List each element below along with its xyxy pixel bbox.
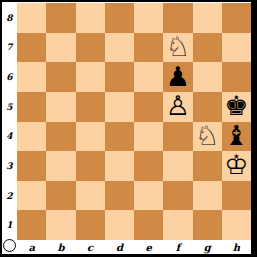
file-labels: abcdefgh	[17, 240, 251, 254]
square-a6[interactable]	[17, 62, 46, 92]
square-f8[interactable]	[163, 3, 192, 33]
square-d4[interactable]	[105, 122, 134, 152]
file-label-c: c	[76, 240, 105, 254]
square-h1[interactable]	[222, 210, 251, 240]
file-label-d: d	[105, 240, 134, 254]
rank-label-3: 3	[2, 151, 17, 181]
square-h3[interactable]: ♔	[222, 151, 251, 181]
square-g4[interactable]: ♘	[193, 122, 222, 152]
square-d2[interactable]	[105, 181, 134, 211]
square-c8[interactable]	[76, 3, 105, 33]
side-to-move-indicator	[3, 239, 16, 252]
square-b3[interactable]	[46, 151, 75, 181]
white-pawn[interactable]: ♙	[166, 92, 190, 119]
square-b5[interactable]	[46, 92, 75, 122]
square-b4[interactable]	[46, 122, 75, 152]
diagram-frame: 87654321 ♘♟♙♚♘♝♔ abcdefgh	[0, 0, 257, 257]
square-c5[interactable]	[76, 92, 105, 122]
square-e8[interactable]	[134, 3, 163, 33]
square-b6[interactable]	[46, 62, 75, 92]
square-f6[interactable]: ♟	[163, 62, 192, 92]
square-g8[interactable]	[193, 3, 222, 33]
square-e4[interactable]	[134, 122, 163, 152]
square-a8[interactable]	[17, 3, 46, 33]
white-knight[interactable]: ♘	[166, 33, 190, 60]
file-label-g: g	[193, 240, 222, 254]
square-h6[interactable]	[222, 62, 251, 92]
square-a4[interactable]	[17, 122, 46, 152]
square-e5[interactable]	[134, 92, 163, 122]
square-g1[interactable]	[193, 210, 222, 240]
white-king[interactable]: ♔	[224, 151, 248, 178]
black-bishop[interactable]: ♝	[224, 122, 248, 149]
square-c7[interactable]	[76, 33, 105, 63]
square-b1[interactable]	[46, 210, 75, 240]
square-c1[interactable]	[76, 210, 105, 240]
square-h2[interactable]	[222, 181, 251, 211]
rank-labels: 87654321	[2, 3, 17, 240]
square-d3[interactable]	[105, 151, 134, 181]
square-c6[interactable]	[76, 62, 105, 92]
rank-label-8: 8	[2, 3, 17, 33]
square-e6[interactable]	[134, 62, 163, 92]
square-g3[interactable]	[193, 151, 222, 181]
square-d7[interactable]	[105, 33, 134, 63]
black-king[interactable]: ♚	[224, 92, 248, 119]
square-a7[interactable]	[17, 33, 46, 63]
square-b7[interactable]	[46, 33, 75, 63]
square-g6[interactable]	[193, 62, 222, 92]
white-knight[interactable]: ♘	[195, 122, 219, 149]
square-c2[interactable]	[76, 181, 105, 211]
square-f4[interactable]	[163, 122, 192, 152]
file-label-e: e	[134, 240, 163, 254]
square-d8[interactable]	[105, 3, 134, 33]
square-c3[interactable]	[76, 151, 105, 181]
square-b2[interactable]	[46, 181, 75, 211]
square-a2[interactable]	[17, 181, 46, 211]
square-f1[interactable]	[163, 210, 192, 240]
rank-label-6: 6	[2, 62, 17, 92]
square-h8[interactable]	[222, 3, 251, 33]
square-g7[interactable]	[193, 33, 222, 63]
square-g2[interactable]	[193, 181, 222, 211]
black-pawn[interactable]: ♟	[166, 63, 190, 90]
square-a1[interactable]	[17, 210, 46, 240]
square-e7[interactable]	[134, 33, 163, 63]
square-f3[interactable]	[163, 151, 192, 181]
square-e2[interactable]	[134, 181, 163, 211]
square-h4[interactable]: ♝	[222, 122, 251, 152]
square-e3[interactable]	[134, 151, 163, 181]
file-label-f: f	[163, 240, 192, 254]
square-f5[interactable]: ♙	[163, 92, 192, 122]
rank-label-7: 7	[2, 33, 17, 63]
square-f2[interactable]	[163, 181, 192, 211]
square-d5[interactable]	[105, 92, 134, 122]
rank-label-5: 5	[2, 92, 17, 122]
square-a5[interactable]	[17, 92, 46, 122]
rank-label-4: 4	[2, 122, 17, 152]
chess-board: ♘♟♙♚♘♝♔	[17, 3, 251, 240]
square-e1[interactable]	[134, 210, 163, 240]
square-a3[interactable]	[17, 151, 46, 181]
file-label-h: h	[222, 240, 251, 254]
file-label-b: b	[46, 240, 75, 254]
square-g5[interactable]	[193, 92, 222, 122]
rank-label-1: 1	[2, 210, 17, 240]
diagram-panel: 87654321 ♘♟♙♚♘♝♔ abcdefgh	[2, 2, 251, 254]
square-c4[interactable]	[76, 122, 105, 152]
rank-label-2: 2	[2, 181, 17, 211]
file-label-a: a	[17, 240, 46, 254]
square-d1[interactable]	[105, 210, 134, 240]
square-h5[interactable]: ♚	[222, 92, 251, 122]
square-d6[interactable]	[105, 62, 134, 92]
square-h7[interactable]	[222, 33, 251, 63]
square-f7[interactable]: ♘	[163, 33, 192, 63]
square-b8[interactable]	[46, 3, 75, 33]
